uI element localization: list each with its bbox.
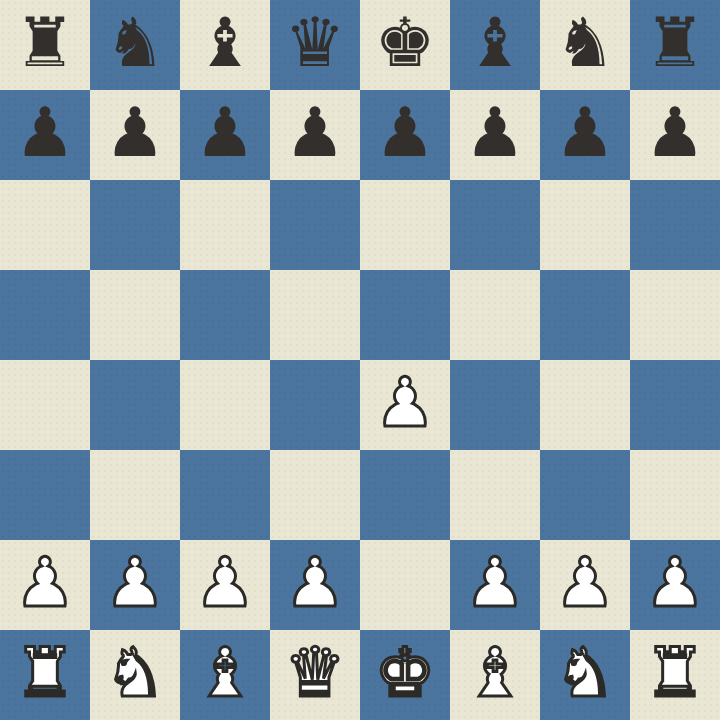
square-a1[interactable]: ♜	[0, 630, 90, 720]
square-e3[interactable]	[360, 450, 450, 540]
black-bishop[interactable]: ♝	[195, 0, 256, 88]
square-d4[interactable]	[270, 360, 360, 450]
black-queen[interactable]: ♛	[285, 0, 346, 88]
square-e8[interactable]: ♚	[360, 0, 450, 90]
square-f2[interactable]: ♟	[450, 540, 540, 630]
black-pawn[interactable]: ♟	[195, 88, 256, 178]
square-c6[interactable]	[180, 180, 270, 270]
square-f8[interactable]: ♝	[450, 0, 540, 90]
square-g6[interactable]	[540, 180, 630, 270]
white-pawn[interactable]: ♟	[645, 538, 706, 628]
square-c2[interactable]: ♟	[180, 540, 270, 630]
white-bishop[interactable]: ♝	[465, 628, 526, 718]
white-pawn[interactable]: ♟	[285, 538, 346, 628]
square-g7[interactable]: ♟	[540, 90, 630, 180]
square-f6[interactable]	[450, 180, 540, 270]
square-g3[interactable]	[540, 450, 630, 540]
square-e5[interactable]	[360, 270, 450, 360]
square-f5[interactable]	[450, 270, 540, 360]
black-pawn[interactable]: ♟	[645, 88, 706, 178]
black-knight[interactable]: ♞	[555, 0, 616, 88]
square-e2[interactable]	[360, 540, 450, 630]
square-g4[interactable]	[540, 360, 630, 450]
white-queen[interactable]: ♛	[285, 628, 346, 718]
square-h8[interactable]: ♜	[630, 0, 720, 90]
square-b1[interactable]: ♞	[90, 630, 180, 720]
white-pawn[interactable]: ♟	[555, 538, 616, 628]
square-b8[interactable]: ♞	[90, 0, 180, 90]
square-a2[interactable]: ♟	[0, 540, 90, 630]
square-f1[interactable]: ♝	[450, 630, 540, 720]
white-knight[interactable]: ♞	[105, 628, 166, 718]
square-b2[interactable]: ♟	[90, 540, 180, 630]
white-pawn[interactable]: ♟	[15, 538, 76, 628]
square-d2[interactable]: ♟	[270, 540, 360, 630]
white-pawn[interactable]: ♟	[465, 538, 526, 628]
square-e7[interactable]: ♟	[360, 90, 450, 180]
black-bishop[interactable]: ♝	[465, 0, 526, 88]
white-pawn[interactable]: ♟	[105, 538, 166, 628]
square-e4[interactable]: ♟	[360, 360, 450, 450]
white-king[interactable]: ♚	[375, 628, 436, 718]
black-knight[interactable]: ♞	[105, 0, 166, 88]
square-f4[interactable]	[450, 360, 540, 450]
square-g8[interactable]: ♞	[540, 0, 630, 90]
white-rook[interactable]: ♜	[15, 628, 76, 718]
square-f7[interactable]: ♟	[450, 90, 540, 180]
white-pawn[interactable]: ♟	[195, 538, 256, 628]
square-a5[interactable]	[0, 270, 90, 360]
square-h3[interactable]	[630, 450, 720, 540]
square-d8[interactable]: ♛	[270, 0, 360, 90]
black-pawn[interactable]: ♟	[375, 88, 436, 178]
square-g1[interactable]: ♞	[540, 630, 630, 720]
square-h1[interactable]: ♜	[630, 630, 720, 720]
square-e6[interactable]	[360, 180, 450, 270]
square-b6[interactable]	[90, 180, 180, 270]
square-g5[interactable]	[540, 270, 630, 360]
square-d1[interactable]: ♛	[270, 630, 360, 720]
white-pawn[interactable]: ♟	[375, 358, 436, 448]
square-d6[interactable]	[270, 180, 360, 270]
square-c8[interactable]: ♝	[180, 0, 270, 90]
white-rook[interactable]: ♜	[645, 628, 706, 718]
square-b4[interactable]	[90, 360, 180, 450]
square-h7[interactable]: ♟	[630, 90, 720, 180]
black-rook[interactable]: ♜	[645, 0, 706, 88]
black-king[interactable]: ♚	[375, 0, 436, 88]
square-b3[interactable]	[90, 450, 180, 540]
square-a4[interactable]	[0, 360, 90, 450]
square-h2[interactable]: ♟	[630, 540, 720, 630]
square-h5[interactable]	[630, 270, 720, 360]
square-d3[interactable]	[270, 450, 360, 540]
black-pawn[interactable]: ♟	[105, 88, 166, 178]
square-c1[interactable]: ♝	[180, 630, 270, 720]
square-c7[interactable]: ♟	[180, 90, 270, 180]
square-e1[interactable]: ♚	[360, 630, 450, 720]
chess-board: ♜♞♝♛♚♝♞♜♟♟♟♟♟♟♟♟♟♟♟♟♟♟♟♟♜♞♝♛♚♝♞♜	[0, 0, 720, 720]
square-b5[interactable]	[90, 270, 180, 360]
square-d7[interactable]: ♟	[270, 90, 360, 180]
square-a3[interactable]	[0, 450, 90, 540]
square-c3[interactable]	[180, 450, 270, 540]
black-pawn[interactable]: ♟	[285, 88, 346, 178]
square-a6[interactable]	[0, 180, 90, 270]
white-knight[interactable]: ♞	[555, 628, 616, 718]
square-b7[interactable]: ♟	[90, 90, 180, 180]
square-d5[interactable]	[270, 270, 360, 360]
black-rook[interactable]: ♜	[15, 0, 76, 88]
black-pawn[interactable]: ♟	[465, 88, 526, 178]
square-h6[interactable]	[630, 180, 720, 270]
square-f3[interactable]	[450, 450, 540, 540]
black-pawn[interactable]: ♟	[15, 88, 76, 178]
square-a7[interactable]: ♟	[0, 90, 90, 180]
square-g2[interactable]: ♟	[540, 540, 630, 630]
square-c4[interactable]	[180, 360, 270, 450]
white-bishop[interactable]: ♝	[195, 628, 256, 718]
black-pawn[interactable]: ♟	[555, 88, 616, 178]
square-h4[interactable]	[630, 360, 720, 450]
square-a8[interactable]: ♜	[0, 0, 90, 90]
square-c5[interactable]	[180, 270, 270, 360]
